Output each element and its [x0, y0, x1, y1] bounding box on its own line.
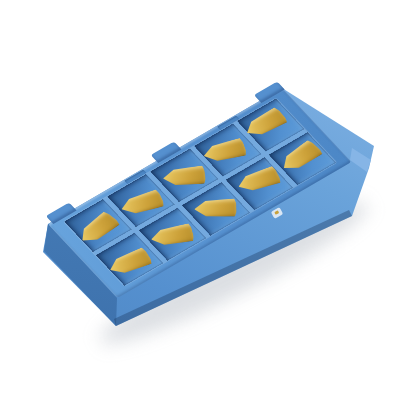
- gold-carbide-insert: [74, 211, 121, 247]
- gold-carbide-insert: [234, 165, 282, 195]
- gold-fleck: [274, 210, 279, 215]
- gold-carbide-insert: [162, 165, 207, 187]
- gold-carbide-insert: [201, 137, 248, 164]
- gold-carbide-insert: [277, 139, 325, 175]
- gold-carbide-insert: [241, 106, 289, 140]
- hinge-tab: [254, 82, 285, 103]
- gold-carbide-insert: [194, 198, 237, 218]
- gold-carbide-insert: [149, 223, 195, 248]
- gold-carbide-insert: [117, 189, 165, 218]
- gold-carbide-insert: [105, 247, 153, 278]
- product-photo: [0, 0, 400, 400]
